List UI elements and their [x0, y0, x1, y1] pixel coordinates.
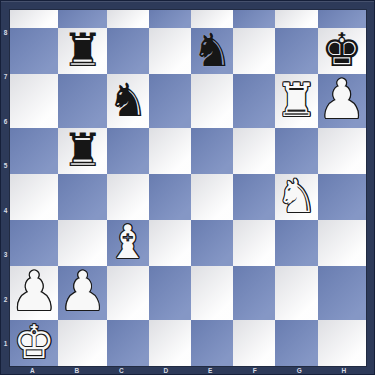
- rank-label-8: 8: [1, 10, 10, 55]
- square-c7[interactable]: [107, 28, 149, 74]
- square-d7[interactable]: [149, 28, 191, 74]
- square-e6[interactable]: [191, 74, 233, 128]
- file-label-e: E: [188, 365, 233, 375]
- square-d5[interactable]: [149, 128, 191, 174]
- piece-white-knight[interactable]: ♞: [276, 173, 317, 219]
- piece-white-pawn[interactable]: ♟: [318, 73, 366, 127]
- square-b7[interactable]: ♜: [58, 28, 106, 74]
- square-b6[interactable]: [58, 74, 106, 128]
- square-g3[interactable]: [275, 220, 317, 266]
- square-d8[interactable]: [149, 10, 191, 28]
- square-h3[interactable]: [318, 220, 366, 266]
- rank-label-1: 1: [1, 322, 10, 367]
- square-f5[interactable]: [233, 128, 275, 174]
- square-d1[interactable]: [149, 320, 191, 366]
- square-f1[interactable]: [233, 320, 275, 366]
- file-label-b: B: [55, 365, 100, 375]
- square-c8[interactable]: [107, 10, 149, 28]
- square-f6[interactable]: [233, 74, 275, 128]
- piece-black-king[interactable]: ♚: [321, 27, 362, 73]
- rank-label-3: 3: [1, 233, 10, 278]
- file-label-g: G: [277, 365, 322, 375]
- file-label-h: H: [322, 365, 367, 375]
- square-e2[interactable]: [191, 266, 233, 320]
- piece-black-knight[interactable]: ♞: [192, 27, 233, 73]
- square-f2[interactable]: [233, 266, 275, 320]
- square-g1[interactable]: [275, 320, 317, 366]
- square-g6[interactable]: ♜: [275, 74, 317, 128]
- square-f7[interactable]: [233, 28, 275, 74]
- square-h2[interactable]: [318, 266, 366, 320]
- piece-black-knight[interactable]: ♞: [107, 77, 148, 123]
- rank-label-2: 2: [1, 277, 10, 322]
- square-d4[interactable]: [149, 174, 191, 220]
- square-a8[interactable]: [10, 10, 58, 28]
- square-c4[interactable]: [107, 174, 149, 220]
- square-c6[interactable]: ♞: [107, 74, 149, 128]
- square-a4[interactable]: [10, 174, 58, 220]
- square-a6[interactable]: [10, 74, 58, 128]
- square-e5[interactable]: [191, 128, 233, 174]
- square-h6[interactable]: ♟: [318, 74, 366, 128]
- rank-label-4: 4: [1, 188, 10, 233]
- file-label-d: D: [144, 365, 189, 375]
- square-h5[interactable]: [318, 128, 366, 174]
- square-a1[interactable]: ♚: [10, 320, 58, 366]
- square-g4[interactable]: ♞: [275, 174, 317, 220]
- square-c2[interactable]: [107, 266, 149, 320]
- square-e1[interactable]: [191, 320, 233, 366]
- square-c3[interactable]: ♝: [107, 220, 149, 266]
- file-label-a: A: [10, 365, 55, 375]
- square-g2[interactable]: [275, 266, 317, 320]
- chess-board-frame: 87654321 ♜♞♚♞♜♟♜♞♝♟♟♚ ABCDEFGH: [0, 0, 375, 375]
- file-labels: ABCDEFGH: [10, 365, 366, 375]
- square-a2[interactable]: ♟: [10, 266, 58, 320]
- square-g8[interactable]: [275, 10, 317, 28]
- square-d3[interactable]: [149, 220, 191, 266]
- square-f8[interactable]: [233, 10, 275, 28]
- piece-white-pawn[interactable]: ♟: [10, 265, 58, 319]
- rank-label-7: 7: [1, 55, 10, 100]
- rank-label-6: 6: [1, 99, 10, 144]
- square-f3[interactable]: [233, 220, 275, 266]
- square-c1[interactable]: [107, 320, 149, 366]
- square-h1[interactable]: [318, 320, 366, 366]
- square-f4[interactable]: [233, 174, 275, 220]
- piece-white-rook[interactable]: ♜: [276, 77, 317, 123]
- piece-white-king[interactable]: ♚: [14, 319, 55, 365]
- rank-label-5: 5: [1, 144, 10, 189]
- square-b1[interactable]: [58, 320, 106, 366]
- square-h4[interactable]: [318, 174, 366, 220]
- square-e7[interactable]: ♞: [191, 28, 233, 74]
- square-e4[interactable]: [191, 174, 233, 220]
- file-label-c: C: [99, 365, 144, 375]
- chess-board: ♜♞♚♞♜♟♜♞♝♟♟♚: [10, 10, 366, 366]
- rank-labels: 87654321: [1, 10, 10, 366]
- piece-white-pawn[interactable]: ♟: [58, 265, 106, 319]
- piece-black-rook[interactable]: ♜: [62, 27, 103, 73]
- piece-white-bishop[interactable]: ♝: [107, 219, 148, 265]
- square-a5[interactable]: [10, 128, 58, 174]
- file-label-f: F: [233, 365, 278, 375]
- square-g5[interactable]: [275, 128, 317, 174]
- square-a7[interactable]: [10, 28, 58, 74]
- square-d2[interactable]: [149, 266, 191, 320]
- square-e3[interactable]: [191, 220, 233, 266]
- square-d6[interactable]: [149, 74, 191, 128]
- square-c5[interactable]: [107, 128, 149, 174]
- square-g7[interactable]: [275, 28, 317, 74]
- piece-black-rook[interactable]: ♜: [62, 127, 103, 173]
- square-b2[interactable]: ♟: [58, 266, 106, 320]
- square-b5[interactable]: ♜: [58, 128, 106, 174]
- square-b4[interactable]: [58, 174, 106, 220]
